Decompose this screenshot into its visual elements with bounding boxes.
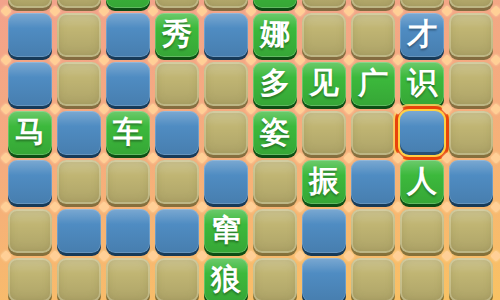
board-cell-r6-c9[interactable] [449, 258, 493, 300]
board-cell-r6-c2[interactable] [106, 258, 150, 300]
board-cell-r0-c4[interactable] [204, 0, 248, 8]
board-cell-r2-c6[interactable]: 见 [302, 62, 346, 106]
tile-character: 振 [309, 159, 339, 203]
board-cell-r6-c5[interactable] [253, 258, 297, 300]
game-board-screen: 秀娜才多见广识马车姿振人窜狼 [0, 0, 500, 300]
board-cell-r3-c3[interactable] [155, 111, 199, 155]
board-cell-r4-c1[interactable] [57, 160, 101, 204]
tile-character: 见 [309, 61, 339, 105]
board-cell-r5-c4[interactable]: 窜 [204, 209, 248, 253]
tile-character: 识 [407, 61, 437, 105]
board-cell-r0-c3[interactable] [155, 0, 199, 8]
board-cell-r3-c1[interactable] [57, 111, 101, 155]
board-cell-r1-c0[interactable] [8, 13, 52, 57]
board-cell-r1-c9[interactable] [449, 13, 493, 57]
board-cell-r0-c0[interactable] [8, 0, 52, 8]
board-cell-r0-c9[interactable] [449, 0, 493, 8]
selected-cell-r3-c8[interactable] [400, 111, 444, 155]
board-cell-r3-c7[interactable] [351, 111, 395, 155]
board-cell-r3-c9[interactable] [449, 111, 493, 155]
board-cell-r6-c7[interactable] [351, 258, 395, 300]
board-cell-r0-c5[interactable] [253, 0, 297, 8]
board-cell-r5-c8[interactable] [400, 209, 444, 253]
board-cell-r4-c6[interactable]: 振 [302, 160, 346, 204]
board-cell-r0-c8[interactable] [400, 0, 444, 8]
board-cell-r1-c1[interactable] [57, 13, 101, 57]
board-cell-r1-c5[interactable]: 娜 [253, 13, 297, 57]
board-cell-r1-c3[interactable]: 秀 [155, 13, 199, 57]
board-cell-r1-c7[interactable] [351, 13, 395, 57]
board-cell-r6-c8[interactable] [400, 258, 444, 300]
board-cell-r0-c7[interactable] [351, 0, 395, 8]
board-cell-r5-c1[interactable] [57, 209, 101, 253]
board-cell-r2-c0[interactable] [8, 62, 52, 106]
tile-character: 才 [407, 12, 437, 56]
board-cell-r4-c9[interactable] [449, 160, 493, 204]
board-cell-r0-c2[interactable] [106, 0, 150, 8]
board-cell-r3-c4[interactable] [204, 111, 248, 155]
board-cell-r5-c7[interactable] [351, 209, 395, 253]
board-cell-r1-c4[interactable] [204, 13, 248, 57]
board-cell-r1-c6[interactable] [302, 13, 346, 57]
board-cell-r6-c6[interactable] [302, 258, 346, 300]
board-cell-r4-c8[interactable]: 人 [400, 160, 444, 204]
board-cell-r3-c0[interactable]: 马 [8, 111, 52, 155]
board-cell-r1-c8[interactable]: 才 [400, 13, 444, 57]
board-cell-r4-c4[interactable] [204, 160, 248, 204]
board-cell-r0-c6[interactable] [302, 0, 346, 8]
board-cell-r3-c6[interactable] [302, 111, 346, 155]
board-cell-r2-c4[interactable] [204, 62, 248, 106]
board-cell-r5-c6[interactable] [302, 209, 346, 253]
tile-character: 窜 [211, 208, 241, 252]
tile-character: 广 [358, 61, 388, 105]
board-cell-r4-c2[interactable] [106, 160, 150, 204]
board-cell-r2-c2[interactable] [106, 62, 150, 106]
board-cell-r3-c5[interactable]: 姿 [253, 111, 297, 155]
tile-character: 秀 [162, 12, 192, 56]
board-cell-r4-c7[interactable] [351, 160, 395, 204]
board-cell-r5-c2[interactable] [106, 209, 150, 253]
board-cell-r6-c3[interactable] [155, 258, 199, 300]
board-cell-r2-c8[interactable]: 识 [400, 62, 444, 106]
board-cell-r4-c0[interactable] [8, 160, 52, 204]
board-cell-r5-c9[interactable] [449, 209, 493, 253]
board-cell-r5-c5[interactable] [253, 209, 297, 253]
tile-character: 人 [407, 159, 437, 203]
board-cell-r0-c1[interactable] [57, 0, 101, 8]
board-cell-r6-c0[interactable] [8, 258, 52, 300]
board-cell-r5-c0[interactable] [8, 209, 52, 253]
tile-character: 狼 [211, 257, 241, 300]
tile-character: 娜 [260, 12, 290, 56]
board-cell-r2-c5[interactable]: 多 [253, 62, 297, 106]
tile-character: 马 [15, 110, 45, 154]
board-cell-r2-c1[interactable] [57, 62, 101, 106]
board-cell-r2-c3[interactable] [155, 62, 199, 106]
board-cell-r5-c3[interactable] [155, 209, 199, 253]
board-cell-r4-c5[interactable] [253, 160, 297, 204]
board-cell-r4-c3[interactable] [155, 160, 199, 204]
board-cell-r3-c2[interactable]: 车 [106, 111, 150, 155]
board-cell-r1-c2[interactable] [106, 13, 150, 57]
board-cell-r6-c1[interactable] [57, 258, 101, 300]
tile-character: 车 [113, 110, 143, 154]
board-cell-r2-c7[interactable]: 广 [351, 62, 395, 106]
board-cell-r6-c4[interactable]: 狼 [204, 258, 248, 300]
tile-character: 姿 [260, 110, 290, 154]
tile-character: 多 [260, 61, 290, 105]
board-cell-r2-c9[interactable] [449, 62, 493, 106]
